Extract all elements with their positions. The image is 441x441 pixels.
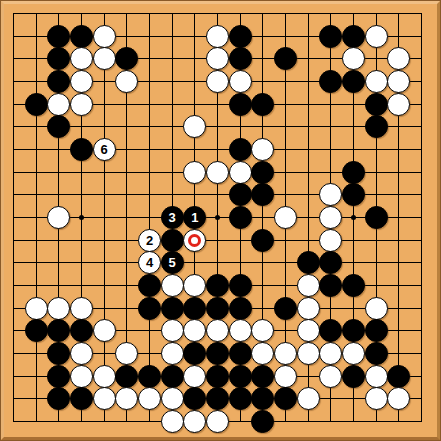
board-frame: [0, 0, 441, 441]
go-diagram: 631245: [0, 0, 441, 441]
